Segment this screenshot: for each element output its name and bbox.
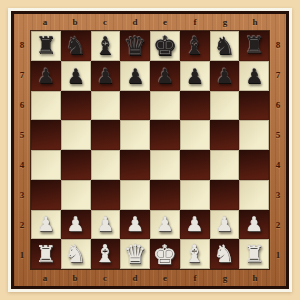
black-pawn-piece: ♟ xyxy=(245,66,263,86)
coord-label-left-7: 7 xyxy=(14,60,30,90)
square-c2[interactable]: ♟ xyxy=(91,210,121,240)
square-h3[interactable] xyxy=(239,180,269,210)
square-g1[interactable]: ♞ xyxy=(210,239,240,269)
square-d7[interactable]: ♟ xyxy=(120,61,150,91)
square-b2[interactable]: ♟ xyxy=(61,210,91,240)
white-pawn-piece: ♟ xyxy=(156,214,174,234)
square-e4[interactable] xyxy=(150,150,180,180)
coord-label-left-8: 8 xyxy=(14,30,30,60)
coord-label-top-d: d xyxy=(120,14,150,30)
coord-label-top-c: c xyxy=(90,14,120,30)
coord-label-bottom-g: g xyxy=(210,270,240,286)
square-h5[interactable] xyxy=(239,120,269,150)
coord-label-left-6: 6 xyxy=(14,90,30,120)
board-dark-frame: ♜♞♝♛♚♝♞♜♟♟♟♟♟♟♟♟♟♟♟♟♟♟♟♟♜♞♝♛♚♝♞♜ aabbccd… xyxy=(11,11,289,289)
board: ♜♞♝♛♚♝♞♜♟♟♟♟♟♟♟♟♟♟♟♟♟♟♟♟♜♞♝♛♚♝♞♜ xyxy=(30,30,270,270)
square-g7[interactable]: ♟ xyxy=(210,61,240,91)
white-pawn-piece: ♟ xyxy=(126,214,144,234)
square-e7[interactable]: ♟ xyxy=(150,61,180,91)
coord-label-top-b: b xyxy=(60,14,90,30)
square-b8[interactable]: ♞ xyxy=(61,31,91,61)
square-d2[interactable]: ♟ xyxy=(120,210,150,240)
black-rook-piece: ♜ xyxy=(36,34,57,57)
square-d6[interactable] xyxy=(120,91,150,121)
coord-label-right-6: 6 xyxy=(270,90,286,120)
white-bishop-piece: ♝ xyxy=(184,242,206,266)
square-c3[interactable] xyxy=(91,180,121,210)
white-rook-piece: ♜ xyxy=(36,243,57,266)
square-b6[interactable] xyxy=(61,91,91,121)
square-a8[interactable]: ♜ xyxy=(31,31,61,61)
white-knight-piece: ♞ xyxy=(65,242,87,266)
board-outer-white-line: ♜♞♝♛♚♝♞♜♟♟♟♟♟♟♟♟♟♟♟♟♟♟♟♟♜♞♝♛♚♝♞♜ aabbccd… xyxy=(8,8,292,292)
coord-label-bottom-h: h xyxy=(240,270,270,286)
black-bishop-piece: ♝ xyxy=(184,34,206,58)
black-bishop-piece: ♝ xyxy=(95,34,117,58)
black-pawn-piece: ♟ xyxy=(37,66,55,86)
square-d4[interactable] xyxy=(120,150,150,180)
white-king-piece: ♚ xyxy=(153,241,177,268)
coord-label-bottom-b: b xyxy=(60,270,90,286)
square-c5[interactable] xyxy=(91,120,121,150)
square-h7[interactable]: ♟ xyxy=(239,61,269,91)
square-a7[interactable]: ♟ xyxy=(31,61,61,91)
coord-label-bottom-a: a xyxy=(30,270,60,286)
square-e2[interactable]: ♟ xyxy=(150,210,180,240)
black-king-piece: ♚ xyxy=(153,32,177,59)
square-g2[interactable]: ♟ xyxy=(210,210,240,240)
wooden-frame: ♜♞♝♛♚♝♞♜♟♟♟♟♟♟♟♟♟♟♟♟♟♟♟♟♜♞♝♛♚♝♞♜ aabbccd… xyxy=(14,14,286,286)
coord-label-left-3: 3 xyxy=(14,180,30,210)
white-pawn-piece: ♟ xyxy=(37,214,55,234)
square-h6[interactable] xyxy=(239,91,269,121)
square-f4[interactable] xyxy=(180,150,210,180)
square-a3[interactable] xyxy=(31,180,61,210)
square-b5[interactable] xyxy=(61,120,91,150)
black-pawn-piece: ♟ xyxy=(96,66,114,86)
square-g4[interactable] xyxy=(210,150,240,180)
square-e6[interactable] xyxy=(150,91,180,121)
coord-label-left-5: 5 xyxy=(14,120,30,150)
square-g8[interactable]: ♞ xyxy=(210,31,240,61)
square-g6[interactable] xyxy=(210,91,240,121)
square-b3[interactable] xyxy=(61,180,91,210)
white-knight-piece: ♞ xyxy=(214,242,236,266)
coord-label-bottom-d: d xyxy=(120,270,150,286)
coord-label-right-5: 5 xyxy=(270,120,286,150)
coord-label-right-1: 1 xyxy=(270,240,286,270)
square-a1[interactable]: ♜ xyxy=(31,239,61,269)
square-g3[interactable] xyxy=(210,180,240,210)
black-pawn-piece: ♟ xyxy=(126,66,144,86)
square-h1[interactable]: ♜ xyxy=(239,239,269,269)
square-h4[interactable] xyxy=(239,150,269,180)
square-c8[interactable]: ♝ xyxy=(91,31,121,61)
white-pawn-piece: ♟ xyxy=(96,214,114,234)
square-f3[interactable] xyxy=(180,180,210,210)
black-pawn-piece: ♟ xyxy=(156,66,174,86)
square-g5[interactable] xyxy=(210,120,240,150)
coord-label-right-7: 7 xyxy=(270,60,286,90)
square-e8[interactable]: ♚ xyxy=(150,31,180,61)
square-d8[interactable]: ♛ xyxy=(120,31,150,61)
photo-background: ♜♞♝♛♚♝♞♜♟♟♟♟♟♟♟♟♟♟♟♟♟♟♟♟♜♞♝♛♚♝♞♜ aabbccd… xyxy=(0,0,300,300)
square-c7[interactable]: ♟ xyxy=(91,61,121,91)
black-pawn-piece: ♟ xyxy=(186,66,204,86)
square-a2[interactable]: ♟ xyxy=(31,210,61,240)
white-rook-piece: ♜ xyxy=(244,243,265,266)
square-a5[interactable] xyxy=(31,120,61,150)
coord-label-left-4: 4 xyxy=(14,150,30,180)
square-b1[interactable]: ♞ xyxy=(61,239,91,269)
black-rook-piece: ♜ xyxy=(244,34,265,57)
white-pawn-piece: ♟ xyxy=(245,214,263,234)
coord-label-right-8: 8 xyxy=(270,30,286,60)
square-b7[interactable]: ♟ xyxy=(61,61,91,91)
square-d5[interactable] xyxy=(120,120,150,150)
square-f7[interactable]: ♟ xyxy=(180,61,210,91)
coord-label-top-h: h xyxy=(240,14,270,30)
coord-label-left-1: 1 xyxy=(14,240,30,270)
square-f8[interactable]: ♝ xyxy=(180,31,210,61)
black-pawn-piece: ♟ xyxy=(215,66,233,86)
square-c6[interactable] xyxy=(91,91,121,121)
coord-label-right-4: 4 xyxy=(270,150,286,180)
coord-label-right-3: 3 xyxy=(270,180,286,210)
white-pawn-piece: ♟ xyxy=(215,214,233,234)
square-e5[interactable] xyxy=(150,120,180,150)
square-c1[interactable]: ♝ xyxy=(91,239,121,269)
white-bishop-piece: ♝ xyxy=(95,242,117,266)
square-f1[interactable]: ♝ xyxy=(180,239,210,269)
square-d3[interactable] xyxy=(120,180,150,210)
coord-label-bottom-c: c xyxy=(90,270,120,286)
square-b4[interactable] xyxy=(61,150,91,180)
coord-label-top-f: f xyxy=(180,14,210,30)
square-f6[interactable] xyxy=(180,91,210,121)
coord-label-right-2: 2 xyxy=(270,210,286,240)
white-queen-piece: ♛ xyxy=(123,241,146,267)
square-a6[interactable] xyxy=(31,91,61,121)
black-pawn-piece: ♟ xyxy=(67,66,85,86)
coord-label-top-a: a xyxy=(30,14,60,30)
square-a4[interactable] xyxy=(31,150,61,180)
square-h8[interactable]: ♜ xyxy=(239,31,269,61)
square-c4[interactable] xyxy=(91,150,121,180)
square-e1[interactable]: ♚ xyxy=(150,239,180,269)
black-knight-piece: ♞ xyxy=(214,34,236,58)
square-h2[interactable]: ♟ xyxy=(239,210,269,240)
square-e3[interactable] xyxy=(150,180,180,210)
square-f2[interactable]: ♟ xyxy=(180,210,210,240)
coord-label-top-e: e xyxy=(150,14,180,30)
coord-label-bottom-f: f xyxy=(180,270,210,286)
black-knight-piece: ♞ xyxy=(65,34,87,58)
white-pawn-piece: ♟ xyxy=(186,214,204,234)
coord-label-top-g: g xyxy=(210,14,240,30)
coord-label-bottom-e: e xyxy=(150,270,180,286)
square-f5[interactable] xyxy=(180,120,210,150)
white-pawn-piece: ♟ xyxy=(67,214,85,234)
black-queen-piece: ♛ xyxy=(123,33,146,59)
coord-label-left-2: 2 xyxy=(14,210,30,240)
square-d1[interactable]: ♛ xyxy=(120,239,150,269)
